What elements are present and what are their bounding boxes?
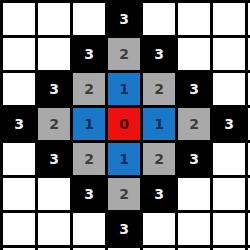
grid-cell-r2c3: 1 <box>108 73 140 105</box>
grid-cell-r1c2: 3 <box>73 38 105 70</box>
grid-cell-r3c0: 3 <box>3 108 35 140</box>
grid-cell-r0c3: 3 <box>108 3 140 35</box>
grid-cell-r4c3: 1 <box>108 143 140 175</box>
grid-cell-r2c5: 3 <box>178 73 210 105</box>
grid-cell-r1c3: 2 <box>108 38 140 70</box>
grid-cell-r5c3: 2 <box>108 178 140 210</box>
grid-cell-r5c4: 3 <box>143 178 175 210</box>
grid-cell-r5c2: 3 <box>73 178 105 210</box>
grid-cell-r2c4: 2 <box>143 73 175 105</box>
grid-cell-r4c1: 3 <box>38 143 70 175</box>
grid-cell-r6c3: 3 <box>108 213 140 245</box>
grid-cell-r3c6: 3 <box>213 108 245 140</box>
grid-cell-r3c2: 1 <box>73 108 105 140</box>
grid-cell-r3c4: 1 <box>143 108 175 140</box>
grid-cell-r2c1: 3 <box>38 73 70 105</box>
grid-cell-r4c4: 2 <box>143 143 175 175</box>
grid-cell-r1c4: 3 <box>143 38 175 70</box>
grid-cell-r2c2: 2 <box>73 73 105 105</box>
grid-cell-r3c5: 2 <box>178 108 210 140</box>
grid-cell-r4c5: 3 <box>178 143 210 175</box>
grid-cell-r4c2: 2 <box>73 143 105 175</box>
board: 3323321233210123321233233 <box>0 0 250 250</box>
grid-cell-r3c1: 2 <box>38 108 70 140</box>
grid-cell-r3c3: 0 <box>108 108 140 140</box>
